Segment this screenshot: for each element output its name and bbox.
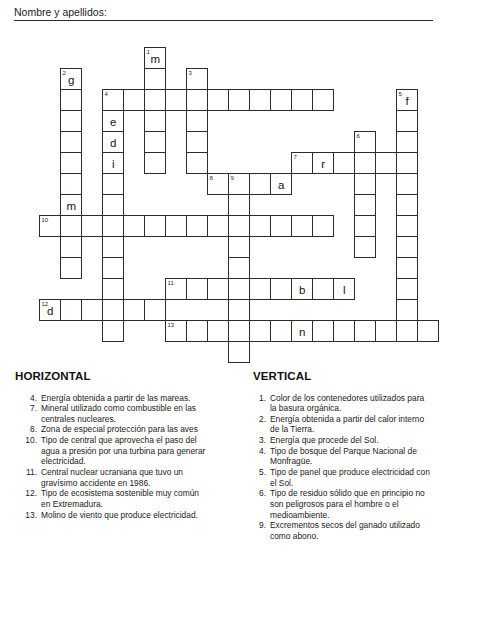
grid-cell[interactable]: 5f [396, 89, 418, 111]
clue-item-number: 11. [14, 467, 37, 488]
grid-cell[interactable] [60, 131, 82, 153]
grid-cell[interactable] [312, 320, 334, 342]
clue-item-text: Zona de especial protección para las ave… [41, 424, 198, 435]
grid-cell[interactable] [228, 89, 250, 111]
grid-cell[interactable]: 3 [186, 68, 208, 90]
grid-cell[interactable] [186, 215, 208, 237]
grid-cell[interactable] [375, 320, 397, 342]
clue-item-number: 7. [14, 403, 37, 424]
grid-cell[interactable] [396, 257, 418, 279]
clue-item-text: Tipo de panel que produce electricidad c… [270, 467, 430, 488]
clue-number: 9 [231, 175, 234, 181]
grid-cell[interactable] [60, 215, 82, 237]
clue-number: 8 [210, 175, 213, 181]
clue-horizontal-8: 8.Zona de especial protección para las a… [14, 424, 248, 435]
grid-cell[interactable] [60, 152, 82, 174]
clue-vertical-4: 4.Tipo de bosque del Parque Nacional de … [250, 446, 478, 467]
grid-cell[interactable] [228, 257, 250, 279]
grid-cell[interactable] [186, 110, 208, 132]
grid-cell[interactable] [228, 278, 250, 300]
grid-cell[interactable] [270, 89, 292, 111]
vertical-clue-list: 1.Color de los contenedores utilizados p… [250, 393, 478, 542]
grid-cell[interactable]: 9 [228, 173, 250, 195]
grid-cell[interactable]: 11 [165, 278, 187, 300]
grid-cell[interactable] [270, 320, 292, 342]
clue-horizontal-13: 13.Molino de viento que produce electric… [14, 510, 248, 521]
grid-cell[interactable]: a [270, 173, 292, 195]
grid-cell[interactable] [396, 131, 418, 153]
grid-cell[interactable] [60, 257, 82, 279]
grid-cell[interactable]: 13 [165, 320, 187, 342]
grid-cell[interactable] [396, 278, 418, 300]
clue-item-number: 10. [14, 435, 37, 467]
clue-vertical-2: 2.Energía obtenida a partir del calor in… [250, 414, 478, 435]
grid-cell[interactable] [249, 278, 271, 300]
prefilled-letter: i [103, 153, 123, 173]
clue-item-text: Tipo de ecosistema sostenible muy común … [41, 488, 199, 509]
grid-cell[interactable] [207, 89, 229, 111]
grid-cell[interactable] [291, 89, 313, 111]
grid-cell[interactable]: d [102, 131, 124, 153]
grid-cell[interactable] [228, 215, 250, 237]
prefilled-letter: d [103, 132, 123, 152]
grid-cell[interactable] [144, 89, 166, 111]
grid-cell[interactable] [354, 194, 376, 216]
grid-cell[interactable] [186, 89, 208, 111]
clue-item-number: 4. [14, 393, 37, 404]
grid-cell[interactable] [186, 152, 208, 174]
prefilled-letter: m [61, 195, 81, 215]
prefilled-letter: m [145, 48, 165, 68]
grid-cell[interactable] [102, 194, 124, 216]
grid-cell[interactable] [249, 173, 271, 195]
clue-item-number: 9. [250, 520, 266, 541]
grid-cell[interactable] [144, 68, 166, 90]
clue-item-number: 4. [250, 446, 266, 467]
grid-cell[interactable] [60, 173, 82, 195]
grid-cell[interactable]: m [60, 194, 82, 216]
clue-item-text: Tipo de central que aprovecha el paso de… [41, 435, 205, 467]
clue-item-text: Energía obtenida a partir de las mareas. [41, 393, 190, 404]
crossword-grid: 1m2g345fed6i7r89am1011bl12d13n [39, 47, 440, 364]
grid-cell[interactable] [291, 215, 313, 237]
grid-cell[interactable] [396, 215, 418, 237]
grid-cell[interactable] [333, 152, 355, 174]
clue-vertical-3: 3.Energía que procede del Sol. [250, 435, 478, 446]
clue-item-text: Color de los contenedores utilizados par… [270, 393, 424, 414]
grid-cell[interactable] [60, 110, 82, 132]
grid-cell[interactable] [354, 152, 376, 174]
clue-item-text: Tipo de bosque del Parque Nacional de Mo… [270, 446, 417, 467]
grid-cell[interactable]: 6 [354, 131, 376, 153]
grid-cell[interactable]: 2g [60, 68, 82, 90]
worksheet-page: Nombre y apellidos: 1m2g345fed6i7r89am10… [0, 0, 500, 621]
grid-cell[interactable]: 4 [102, 89, 124, 111]
clue-item-text: Mineral utilizado como combustible en la… [41, 403, 196, 424]
grid-cell[interactable] [207, 320, 229, 342]
clue-number: 3 [189, 70, 192, 76]
grid-cell[interactable] [102, 278, 124, 300]
grid-cell[interactable] [228, 341, 250, 363]
grid-cell[interactable] [333, 320, 355, 342]
prefilled-letter: g [61, 69, 81, 89]
clue-item-number: 2. [250, 414, 266, 435]
grid-cell[interactable] [186, 320, 208, 342]
prefilled-letter: r [313, 153, 333, 173]
grid-cell[interactable] [186, 131, 208, 153]
prefilled-letter: n [292, 321, 312, 341]
prefilled-letter: f [397, 90, 417, 110]
grid-cell[interactable] [102, 215, 124, 237]
grid-cell[interactable]: b [291, 278, 313, 300]
name-field-line[interactable] [14, 5, 433, 21]
grid-cell[interactable] [354, 173, 376, 195]
grid-cell[interactable] [228, 320, 250, 342]
clue-item-text: Energía que procede del Sol. [270, 435, 379, 446]
grid-cell[interactable] [144, 152, 166, 174]
grid-cell[interactable] [396, 152, 418, 174]
prefilled-letter: a [271, 174, 291, 194]
grid-cell[interactable] [102, 320, 124, 342]
grid-cell[interactable] [81, 299, 103, 321]
clue-horizontal-10: 10.Tipo de central que aprovecha el paso… [14, 435, 248, 467]
grid-cell[interactable] [144, 131, 166, 153]
prefilled-letter: e [103, 111, 123, 131]
grid-cell[interactable] [81, 215, 103, 237]
grid-cell[interactable]: 12d [39, 299, 61, 321]
grid-cell[interactable] [186, 278, 208, 300]
vertical-section-title: VERTICAL [253, 370, 311, 382]
clue-item-text: Molino de viento que produce electricida… [41, 510, 198, 521]
grid-cell[interactable] [375, 152, 397, 174]
grid-cell[interactable] [60, 299, 82, 321]
clue-vertical-9: 9.Excrementos secos del ganado utilizado… [250, 520, 478, 541]
grid-cell[interactable] [60, 89, 82, 111]
grid-cell[interactable] [417, 320, 439, 342]
clue-vertical-1: 1.Color de los contenedores utilizados p… [250, 393, 478, 414]
prefilled-letter: l [334, 279, 354, 299]
clue-item-number: 3. [250, 435, 266, 446]
grid-cell[interactable] [396, 173, 418, 195]
grid-cell[interactable] [123, 299, 145, 321]
grid-cell[interactable] [312, 89, 334, 111]
grid-cell[interactable] [396, 110, 418, 132]
grid-cell[interactable] [396, 236, 418, 258]
clue-horizontal-12: 12.Tipo de ecosistema sostenible muy com… [14, 488, 248, 509]
grid-cell[interactable] [165, 89, 187, 111]
clue-horizontal-7: 7.Mineral utilizado como combustible en … [14, 403, 248, 424]
clue-number: 11 [168, 280, 174, 286]
grid-cell[interactable] [249, 320, 271, 342]
grid-cell[interactable] [249, 89, 271, 111]
clue-item-number: 1. [250, 393, 266, 414]
prefilled-letter: d [40, 300, 60, 320]
grid-cell[interactable]: 8 [207, 173, 229, 195]
grid-cell[interactable]: 1m [144, 47, 166, 69]
clue-horizontal-11: 11.Central nuclear ucraniana que tuvo un… [14, 467, 248, 488]
clue-item-number: 6. [250, 488, 266, 520]
grid-cell[interactable]: r [312, 152, 334, 174]
clue-number: 7 [294, 154, 297, 160]
grid-cell[interactable] [312, 278, 334, 300]
grid-cell[interactable] [123, 89, 145, 111]
grid-cell[interactable] [249, 215, 271, 237]
clue-number: 13 [168, 322, 175, 328]
grid-cell[interactable] [207, 278, 229, 300]
grid-cell[interactable] [354, 215, 376, 237]
grid-cell[interactable] [312, 215, 334, 237]
grid-cell[interactable] [102, 173, 124, 195]
grid-cell[interactable] [165, 215, 187, 237]
grid-cell[interactable] [144, 215, 166, 237]
grid-cell[interactable]: 7 [291, 152, 313, 174]
grid-cell[interactable]: l [333, 278, 355, 300]
grid-cell[interactable] [102, 299, 124, 321]
grid-cell[interactable] [396, 299, 418, 321]
grid-cell[interactable]: e [102, 110, 124, 132]
grid-cell[interactable] [354, 320, 376, 342]
grid-cell[interactable] [123, 215, 145, 237]
grid-cell[interactable] [270, 278, 292, 300]
clue-item-number: 5. [250, 467, 266, 488]
clue-number: 4 [105, 91, 108, 97]
prefilled-letter: b [292, 279, 312, 299]
clue-item-number: 8. [14, 424, 37, 435]
grid-cell[interactable] [396, 320, 418, 342]
clue-item-text: Energía obtenida a partir del calor inte… [270, 414, 424, 435]
clue-horizontal-4: 4.Energía obtenida a partir de las marea… [14, 393, 248, 404]
clue-item-text: Central nuclear ucraniana que tuvo un gr… [41, 467, 183, 488]
horizontal-section-title: HORIZONTAL [15, 370, 91, 382]
grid-cell[interactable] [228, 194, 250, 216]
grid-cell[interactable] [228, 299, 250, 321]
clue-item-number: 12. [14, 488, 37, 509]
clue-vertical-6: 6.Tipo de residuo sólido que en principi… [250, 488, 478, 520]
grid-cell[interactable] [354, 236, 376, 258]
clue-item-text: Excrementos secos del ganado utilizado c… [270, 520, 420, 541]
grid-cell[interactable] [102, 236, 124, 258]
clue-number: 6 [357, 133, 360, 139]
clue-number: 10 [42, 217, 49, 223]
grid-cell[interactable] [144, 110, 166, 132]
grid-cell[interactable] [270, 215, 292, 237]
grid-cell[interactable] [60, 236, 82, 258]
grid-cell[interactable] [102, 257, 124, 279]
clue-item-text: Tipo de residuo sólido que en principio … [270, 488, 425, 520]
horizontal-clue-list: 4.Energía obtenida a partir de las marea… [14, 393, 248, 521]
grid-cell[interactable] [228, 236, 250, 258]
grid-cell[interactable] [396, 194, 418, 216]
clue-vertical-5: 5.Tipo de panel que produce electricidad… [250, 467, 478, 488]
grid-cell[interactable] [207, 215, 229, 237]
grid-cell[interactable]: i [102, 152, 124, 174]
grid-cell[interactable]: n [291, 320, 313, 342]
grid-cell[interactable] [144, 299, 166, 321]
clue-item-number: 13. [14, 510, 37, 521]
grid-cell[interactable]: 10 [39, 215, 61, 237]
